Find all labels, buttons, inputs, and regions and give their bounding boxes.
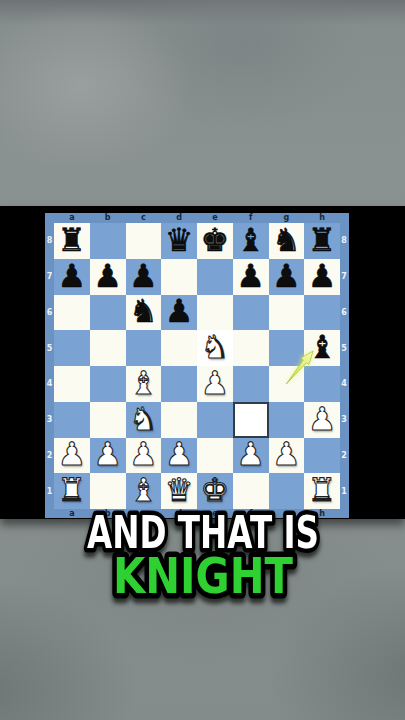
file-label-b: b <box>90 213 126 223</box>
square-h2[interactable] <box>304 438 340 474</box>
square-b8[interactable] <box>90 223 126 259</box>
rank-label-3: 3 <box>45 402 54 438</box>
rank-label-2: 2 <box>45 438 54 474</box>
rank-label-6: 6 <box>339 295 349 331</box>
square-e3[interactable] <box>197 402 233 438</box>
black-pawn[interactable]: ♟ <box>236 260 265 292</box>
board-grid: ♜♛♚♝♞♜♟♟♟♟♟♟♞♟♞♝♝♟♞♟♟♟♟♟♟♟♜♝♛♚♜ <box>54 223 340 509</box>
black-rook[interactable]: ♜ <box>58 224 87 256</box>
square-a6[interactable] <box>54 295 90 331</box>
square-h4[interactable] <box>304 366 340 402</box>
white-pawn[interactable]: ♟ <box>201 367 230 399</box>
square-e6[interactable] <box>197 295 233 331</box>
white-pawn[interactable]: ♟ <box>58 438 87 470</box>
black-king[interactable]: ♚ <box>201 224 230 256</box>
black-queen[interactable]: ♛ <box>165 224 194 256</box>
white-pawn[interactable]: ♟ <box>93 438 122 470</box>
file-label-c: c <box>126 213 162 223</box>
square-f6[interactable] <box>233 295 269 331</box>
caption: AND THAT IS KNIGHT <box>0 503 405 615</box>
square-f3[interactable] <box>233 402 269 438</box>
white-king[interactable]: ♚ <box>201 474 230 506</box>
square-d5[interactable] <box>161 330 197 366</box>
chess-board: abcdefgh abcdefgh 87654321 87654321 ♜♛♚♝… <box>45 213 349 518</box>
black-rook[interactable]: ♜ <box>308 224 337 256</box>
square-f7[interactable]: ♟ <box>233 259 269 295</box>
square-c2[interactable]: ♟ <box>126 438 162 474</box>
rank-label-8: 8 <box>339 223 349 259</box>
rank-label-3: 3 <box>339 402 349 438</box>
square-h6[interactable] <box>304 295 340 331</box>
white-bishop[interactable]: ♝ <box>129 474 158 506</box>
square-b4[interactable] <box>90 366 126 402</box>
black-bishop[interactable]: ♝ <box>308 331 337 363</box>
rank-label-7: 7 <box>339 259 349 295</box>
square-a3[interactable] <box>54 402 90 438</box>
rank-label-4: 4 <box>339 366 349 402</box>
black-pawn[interactable]: ♟ <box>93 260 122 292</box>
square-h3[interactable]: ♟ <box>304 402 340 438</box>
square-g7[interactable]: ♟ <box>269 259 305 295</box>
square-b3[interactable] <box>90 402 126 438</box>
black-pawn[interactable]: ♟ <box>165 295 194 327</box>
square-d8[interactable]: ♛ <box>161 223 197 259</box>
square-b2[interactable]: ♟ <box>90 438 126 474</box>
square-g4[interactable] <box>269 366 305 402</box>
rank-label-6: 6 <box>45 295 54 331</box>
rank-label-5: 5 <box>45 330 54 366</box>
square-c4[interactable]: ♝ <box>126 366 162 402</box>
square-c6[interactable]: ♞ <box>126 295 162 331</box>
black-pawn[interactable]: ♟ <box>308 260 337 292</box>
square-b6[interactable] <box>90 295 126 331</box>
black-knight[interactable]: ♞ <box>272 224 301 256</box>
square-h5[interactable]: ♝ <box>304 330 340 366</box>
white-pawn[interactable]: ♟ <box>165 438 194 470</box>
square-f4[interactable] <box>233 366 269 402</box>
square-a7[interactable]: ♟ <box>54 259 90 295</box>
rank-label-8: 8 <box>45 223 54 259</box>
black-pawn[interactable]: ♟ <box>58 260 87 292</box>
square-e4[interactable]: ♟ <box>197 366 233 402</box>
square-a4[interactable] <box>54 366 90 402</box>
square-h7[interactable]: ♟ <box>304 259 340 295</box>
square-e7[interactable] <box>197 259 233 295</box>
black-pawn[interactable]: ♟ <box>129 260 158 292</box>
square-h8[interactable]: ♜ <box>304 223 340 259</box>
square-e2[interactable] <box>197 438 233 474</box>
square-b7[interactable]: ♟ <box>90 259 126 295</box>
square-g5[interactable] <box>269 330 305 366</box>
white-pawn[interactable]: ♟ <box>308 403 337 435</box>
white-pawn[interactable]: ♟ <box>272 438 301 470</box>
square-g2[interactable]: ♟ <box>269 438 305 474</box>
black-bishop[interactable]: ♝ <box>236 224 265 256</box>
rank-label-5: 5 <box>339 330 349 366</box>
caption-line-2: KNIGHT <box>113 547 293 605</box>
square-d3[interactable] <box>161 402 197 438</box>
black-knight[interactable]: ♞ <box>129 295 158 327</box>
white-bishop[interactable]: ♝ <box>129 367 158 399</box>
square-d6[interactable]: ♟ <box>161 295 197 331</box>
square-g3[interactable] <box>269 402 305 438</box>
white-knight[interactable]: ♞ <box>129 403 158 435</box>
square-a2[interactable]: ♟ <box>54 438 90 474</box>
black-pawn[interactable]: ♟ <box>272 260 301 292</box>
rank-labels-left: 87654321 <box>45 223 54 509</box>
rank-labels-right: 87654321 <box>339 223 349 509</box>
white-queen[interactable]: ♛ <box>165 474 194 506</box>
white-knight[interactable]: ♞ <box>201 331 230 363</box>
square-c7[interactable]: ♟ <box>126 259 162 295</box>
square-f5[interactable] <box>233 330 269 366</box>
square-d4[interactable] <box>161 366 197 402</box>
rank-label-7: 7 <box>45 259 54 295</box>
square-e5[interactable]: ♞ <box>197 330 233 366</box>
square-a5[interactable] <box>54 330 90 366</box>
square-d7[interactable] <box>161 259 197 295</box>
white-pawn[interactable]: ♟ <box>236 438 265 470</box>
rank-label-2: 2 <box>339 438 349 474</box>
square-e8[interactable]: ♚ <box>197 223 233 259</box>
white-rook[interactable]: ♜ <box>58 474 87 506</box>
square-c5[interactable] <box>126 330 162 366</box>
white-pawn[interactable]: ♟ <box>129 438 158 470</box>
white-rook[interactable]: ♜ <box>308 474 337 506</box>
square-a8[interactable]: ♜ <box>54 223 90 259</box>
square-c3[interactable]: ♞ <box>126 402 162 438</box>
square-g6[interactable] <box>269 295 305 331</box>
rank-label-4: 4 <box>45 366 54 402</box>
square-g8[interactable]: ♞ <box>269 223 305 259</box>
square-d2[interactable]: ♟ <box>161 438 197 474</box>
square-f8[interactable]: ♝ <box>233 223 269 259</box>
square-f2[interactable]: ♟ <box>233 438 269 474</box>
square-b5[interactable] <box>90 330 126 366</box>
square-c8[interactable] <box>126 223 162 259</box>
